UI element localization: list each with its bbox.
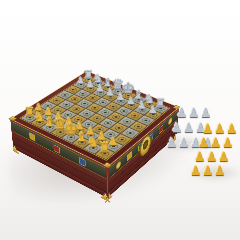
hufflepuff-crest-plaque xyxy=(127,151,132,162)
spare-silver-piece: ♟ xyxy=(183,121,195,134)
spare-gold-piece: ♟ xyxy=(226,122,238,135)
gold-rook: ♜ xyxy=(98,133,113,153)
spare-gold-piece: ♟ xyxy=(194,150,206,163)
spare-gold-piece: ♟ xyxy=(222,136,234,149)
silver-pawn: ♟ xyxy=(147,96,160,114)
product-photo-scene: ♜♞♝♛♚♝♞♜♟♟♟♟♟♟♟♟♟♟♟♟♟♟♟♟♜♞♝♛♚♝♞♜ xyxy=(0,0,240,240)
spare-gold-piece: ♟ xyxy=(214,164,226,177)
spare-gold-piece: ♟ xyxy=(218,150,230,163)
spare-silver-piece: ♟ xyxy=(188,106,200,119)
spare-gold-piece: ♟ xyxy=(214,122,226,135)
gryffindor-crest-plaque xyxy=(159,124,164,134)
gold-rosette-plaque xyxy=(116,160,121,170)
spare-gold-piece: ♟ xyxy=(206,150,218,163)
ravenclaw-crest-plaque xyxy=(79,157,86,167)
board-rim: ♜♞♝♛♚♝♞♜♟♟♟♟♟♟♟♟♟♟♟♟♟♟♟♟♜♞♝♛♚♝♞♜ xyxy=(10,71,179,167)
spare-gold-piece: ♟ xyxy=(198,136,210,149)
spare-gold-piece: ♟ xyxy=(190,164,202,177)
spare-silver-piece: ♟ xyxy=(200,106,212,119)
hufflepuff-crest-plaque xyxy=(29,132,35,141)
spare-gold-piece: ♟ xyxy=(202,122,214,135)
spare-silver-piece: ♟ xyxy=(166,136,178,149)
spare-silver-piece: ♟ xyxy=(176,106,188,119)
hogwarts-crest-detail xyxy=(142,138,148,152)
spare-silver-piece: ♟ xyxy=(178,136,190,149)
spare-silver-piece: ♟ xyxy=(171,121,183,134)
gryffindor-crest-plaque xyxy=(53,144,59,154)
spare-gold-piece: ♟ xyxy=(210,136,222,149)
spare-gold-piece: ♟ xyxy=(202,164,214,177)
